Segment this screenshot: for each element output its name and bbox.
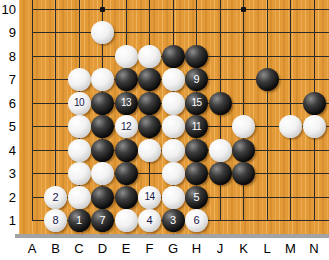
stone-E4-black [115, 139, 138, 162]
board-shadow [15, 234, 329, 238]
star-point-K10 [241, 7, 246, 12]
stone-E1-white [115, 209, 138, 232]
column-label-L: L [259, 241, 275, 256]
stone-E2-black [115, 186, 138, 209]
stone-F5-black [138, 115, 161, 138]
column-label-D: D [95, 241, 111, 256]
row-label-8: 8 [0, 49, 16, 64]
stone-E5-white: 12 [115, 115, 138, 138]
move-number-12: 12 [121, 122, 131, 132]
go-board-screenshot: 10987654321 ABCDEFGHJKLMN 91013151211214… [0, 0, 329, 260]
stone-D7-white [91, 68, 114, 91]
stone-C2-white [68, 186, 91, 209]
grid-line-horizontal-10 [32, 9, 329, 10]
stone-G1-black: 3 [162, 209, 185, 232]
stone-H4-black [185, 139, 208, 162]
stone-K5-white [232, 115, 255, 138]
grid-line-vertical-L [267, 0, 268, 221]
stone-G6-white [162, 92, 185, 115]
column-label-A: A [24, 241, 40, 256]
column-label-M: M [283, 241, 299, 256]
row-label-2: 2 [0, 190, 16, 205]
move-number-3: 3 [170, 215, 176, 226]
stone-D6-black [91, 92, 114, 115]
move-number-8: 8 [52, 215, 58, 226]
stone-H6-black: 15 [185, 92, 208, 115]
grid-line-vertical-A [32, 0, 33, 221]
move-number-2: 2 [52, 192, 58, 203]
move-number-1: 1 [76, 215, 82, 226]
stone-E8-white [115, 45, 138, 68]
move-number-15: 15 [191, 98, 201, 108]
stone-E6-black: 13 [115, 92, 138, 115]
stone-B2-white: 2 [44, 186, 67, 209]
stone-J6-black [209, 92, 232, 115]
move-number-9: 9 [193, 74, 199, 85]
stone-C5-white [68, 115, 91, 138]
stone-H1-white: 6 [185, 209, 208, 232]
stone-C3-white [68, 162, 91, 185]
grid-line-vertical-K [243, 0, 244, 221]
row-label-6: 6 [0, 96, 16, 111]
move-number-4: 4 [146, 215, 152, 226]
stone-H3-black [185, 162, 208, 185]
stone-L7-black [256, 68, 279, 91]
stone-B1-white: 8 [44, 209, 67, 232]
stone-G5-white [162, 115, 185, 138]
row-label-4: 4 [0, 143, 16, 158]
stone-K3-black [232, 162, 255, 185]
row-label-5: 5 [0, 119, 16, 134]
star-point-D10 [100, 7, 105, 12]
stone-G3-white [162, 162, 185, 185]
stone-F4-white [138, 139, 161, 162]
column-label-B: B [48, 241, 64, 256]
stone-F2-white: 14 [138, 186, 161, 209]
grid-line-horizontal-9 [32, 32, 329, 33]
stone-G2-white [162, 186, 185, 209]
stone-F1-white: 4 [138, 209, 161, 232]
row-label-10: 10 [0, 2, 16, 17]
column-label-G: G [165, 241, 181, 256]
stone-M5-white [279, 115, 302, 138]
stone-K4-black [232, 139, 255, 162]
column-label-F: F [142, 241, 158, 256]
column-label-C: C [71, 241, 87, 256]
move-number-7: 7 [99, 215, 105, 226]
row-label-3: 3 [0, 166, 16, 181]
move-number-11: 11 [192, 122, 201, 132]
move-number-6: 6 [193, 215, 199, 226]
column-label-J: J [212, 241, 228, 256]
stone-C4-white [68, 139, 91, 162]
row-label-1: 1 [0, 213, 16, 228]
column-label-N: N [306, 241, 322, 256]
stone-D5-black [91, 115, 114, 138]
stone-N6-black [303, 92, 326, 115]
stone-H7-black: 9 [185, 68, 208, 91]
move-number-13: 13 [121, 98, 131, 108]
move-number-14: 14 [144, 192, 154, 202]
stone-C7-white [68, 68, 91, 91]
stone-N5-white [303, 115, 326, 138]
stone-G8-black [162, 45, 185, 68]
stone-G4-white [162, 139, 185, 162]
stone-H5-black: 11 [185, 115, 208, 138]
stone-J3-black [209, 162, 232, 185]
stone-G7-white [162, 68, 185, 91]
grid-line-vertical-M [290, 0, 291, 221]
stone-D1-black: 7 [91, 209, 114, 232]
stone-F7-black [138, 68, 161, 91]
stone-F6-black [138, 92, 161, 115]
stone-F8-white [138, 45, 161, 68]
column-label-H: H [189, 241, 205, 256]
move-number-10: 10 [74, 98, 84, 108]
column-label-K: K [236, 241, 252, 256]
stone-E3-black [115, 162, 138, 185]
stone-D9-white [91, 21, 114, 44]
column-label-E: E [118, 241, 134, 256]
stone-H8-black [185, 45, 208, 68]
row-label-9: 9 [0, 25, 16, 40]
stone-J4-white [209, 139, 232, 162]
stone-E7-black [115, 68, 138, 91]
stone-H2-black: 5 [185, 186, 208, 209]
stone-C1-black: 1 [68, 209, 91, 232]
stone-D2-black [91, 186, 114, 209]
stone-C6-white: 10 [68, 92, 91, 115]
stone-D4-black [91, 139, 114, 162]
row-label-7: 7 [0, 72, 16, 87]
move-number-5: 5 [193, 192, 199, 203]
stone-D3-white [91, 162, 114, 185]
